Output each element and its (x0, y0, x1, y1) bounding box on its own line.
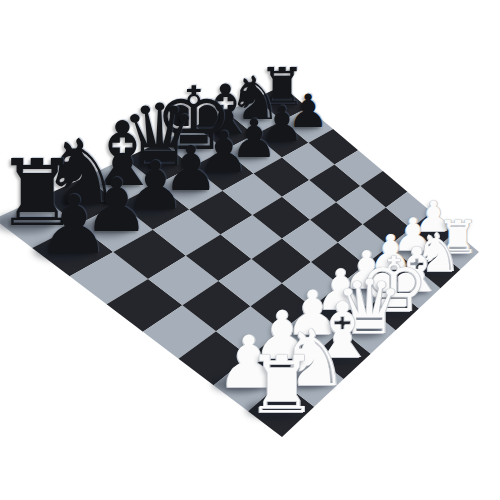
chess-board (0, 0, 500, 500)
giant-chess-product-photo: ♜♞♟♝♟♚♟♛♟♝♟♞♟♜♟♟♟♟♜♟♞♟♝♟♚♛♟♝♟♞♟♜ (0, 0, 500, 500)
